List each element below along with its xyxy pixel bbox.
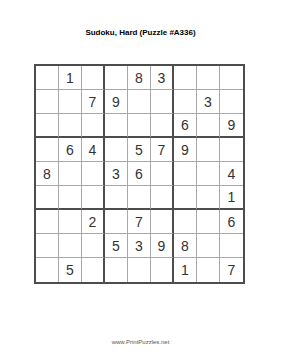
cell-r2c1[interactable] — [36, 90, 59, 114]
cell-r9c4[interactable] — [105, 258, 128, 282]
cell-r5c6[interactable] — [151, 162, 174, 186]
cell-r6c7[interactable] — [174, 186, 197, 210]
cell-r3c7[interactable]: 6 — [174, 114, 197, 138]
cell-r4c4[interactable] — [105, 138, 128, 162]
cell-r2c4[interactable]: 9 — [105, 90, 128, 114]
cell-r9c7[interactable]: 1 — [174, 258, 197, 282]
cell-r4c3[interactable]: 4 — [82, 138, 105, 162]
cell-r2c8[interactable]: 3 — [197, 90, 220, 114]
cell-r5c4[interactable]: 3 — [105, 162, 128, 186]
cell-r3c2[interactable] — [59, 114, 82, 138]
cell-r6c9[interactable]: 1 — [220, 186, 243, 210]
cell-r6c2[interactable] — [59, 186, 82, 210]
cell-r7c9[interactable]: 6 — [220, 210, 243, 234]
cell-r7c8[interactable] — [197, 210, 220, 234]
cell-r3c9[interactable]: 9 — [220, 114, 243, 138]
cell-r5c3[interactable] — [82, 162, 105, 186]
cell-r2c6[interactable] — [151, 90, 174, 114]
cell-r5c2[interactable] — [59, 162, 82, 186]
cell-r3c8[interactable] — [197, 114, 220, 138]
cell-r4c9[interactable] — [220, 138, 243, 162]
cell-r1c6[interactable]: 3 — [151, 66, 174, 90]
cell-r2c5[interactable] — [128, 90, 151, 114]
cell-r8c6[interactable]: 9 — [151, 234, 174, 258]
cell-r3c6[interactable] — [151, 114, 174, 138]
cell-r4c5[interactable]: 5 — [128, 138, 151, 162]
cell-r8c9[interactable] — [220, 234, 243, 258]
cell-r1c3[interactable] — [82, 66, 105, 90]
cell-r4c1[interactable] — [36, 138, 59, 162]
cell-r1c9[interactable] — [220, 66, 243, 90]
cell-r9c5[interactable] — [128, 258, 151, 282]
cell-r7c5[interactable]: 7 — [128, 210, 151, 234]
cell-r8c5[interactable]: 3 — [128, 234, 151, 258]
cell-r2c7[interactable] — [174, 90, 197, 114]
cell-r4c7[interactable]: 9 — [174, 138, 197, 162]
cell-r1c8[interactable] — [197, 66, 220, 90]
cell-r9c6[interactable] — [151, 258, 174, 282]
cell-r4c8[interactable] — [197, 138, 220, 162]
cell-r5c7[interactable] — [174, 162, 197, 186]
cell-r6c1[interactable] — [36, 186, 59, 210]
puzzle-title: Sudoku, Hard (Puzzle #A336) — [0, 28, 281, 38]
cell-r1c5[interactable]: 8 — [128, 66, 151, 90]
cell-r6c3[interactable] — [82, 186, 105, 210]
cell-r3c4[interactable] — [105, 114, 128, 138]
cell-r2c3[interactable]: 7 — [82, 90, 105, 114]
cell-r9c3[interactable] — [82, 258, 105, 282]
cell-r2c2[interactable] — [59, 90, 82, 114]
cell-r3c1[interactable] — [36, 114, 59, 138]
cell-r8c3[interactable] — [82, 234, 105, 258]
cell-r8c2[interactable] — [59, 234, 82, 258]
footer-url: www.PrintPuzzles.net — [0, 339, 281, 346]
cell-r8c8[interactable] — [197, 234, 220, 258]
cell-r2c9[interactable] — [220, 90, 243, 114]
cell-r8c7[interactable]: 8 — [174, 234, 197, 258]
cell-r9c8[interactable] — [197, 258, 220, 282]
cell-r7c7[interactable] — [174, 210, 197, 234]
cell-r9c1[interactable] — [36, 258, 59, 282]
cell-r9c9[interactable]: 7 — [220, 258, 243, 282]
cell-r7c3[interactable]: 2 — [82, 210, 105, 234]
cell-r4c2[interactable]: 6 — [59, 138, 82, 162]
cell-r7c6[interactable] — [151, 210, 174, 234]
cell-r5c5[interactable]: 6 — [128, 162, 151, 186]
cell-r1c7[interactable] — [174, 66, 197, 90]
cell-r6c4[interactable] — [105, 186, 128, 210]
cell-r6c5[interactable] — [128, 186, 151, 210]
cell-r1c4[interactable] — [105, 66, 128, 90]
cell-r3c5[interactable] — [128, 114, 151, 138]
cell-r7c4[interactable] — [105, 210, 128, 234]
cell-r5c1[interactable]: 8 — [36, 162, 59, 186]
cell-r6c8[interactable] — [197, 186, 220, 210]
cell-r7c1[interactable] — [36, 210, 59, 234]
cell-r1c1[interactable] — [36, 66, 59, 90]
cell-r9c2[interactable]: 5 — [59, 258, 82, 282]
sudoku-board: 1837936964579836412765398517 — [34, 64, 245, 284]
cell-r1c2[interactable]: 1 — [59, 66, 82, 90]
cell-r7c2[interactable] — [59, 210, 82, 234]
cell-r3c3[interactable] — [82, 114, 105, 138]
cell-r8c1[interactable] — [36, 234, 59, 258]
cell-r4c6[interactable]: 7 — [151, 138, 174, 162]
cell-r5c8[interactable] — [197, 162, 220, 186]
cell-r8c4[interactable]: 5 — [105, 234, 128, 258]
cell-r5c9[interactable]: 4 — [220, 162, 243, 186]
cell-r6c6[interactable] — [151, 186, 174, 210]
